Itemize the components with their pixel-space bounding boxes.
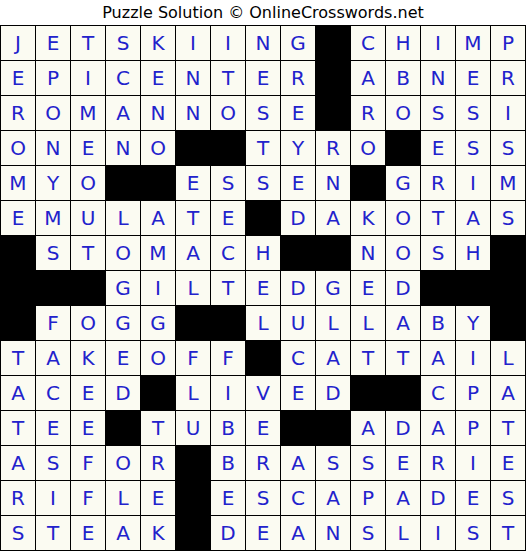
letter-cell: M: [71, 96, 105, 130]
letter-cell: P: [36, 61, 70, 95]
letter-cell: A: [281, 516, 315, 550]
letter-cell: I: [211, 26, 245, 60]
letter-cell: S: [351, 516, 385, 550]
black-cell: [491, 306, 525, 340]
letter-cell: C: [36, 376, 70, 410]
black-cell: [36, 271, 70, 305]
letter-cell: M: [141, 236, 175, 270]
page-title: Puzzle Solution © OnlineCrosswords.net: [0, 0, 526, 25]
letter-cell: E: [141, 481, 175, 515]
letter-cell: S: [456, 131, 490, 165]
letter-cell: I: [456, 166, 490, 200]
letter-cell: C: [281, 341, 315, 375]
letter-cell: D: [281, 271, 315, 305]
letter-cell: Y: [281, 131, 315, 165]
letter-cell: H: [246, 236, 280, 270]
letter-cell: T: [36, 516, 70, 550]
letter-cell: A: [141, 201, 175, 235]
letter-cell: K: [71, 341, 105, 375]
letter-cell: S: [211, 166, 245, 200]
letter-cell: D: [386, 271, 420, 305]
black-cell: [246, 341, 280, 375]
letter-cell: S: [421, 236, 455, 270]
letter-cell: N: [316, 166, 350, 200]
letter-cell: T: [211, 61, 245, 95]
black-cell: [386, 376, 420, 410]
black-cell: [491, 236, 525, 270]
letter-cell: A: [106, 96, 140, 130]
letter-cell: S: [316, 446, 350, 480]
letter-cell: T: [176, 201, 210, 235]
letter-cell: R: [316, 131, 350, 165]
letter-cell: T: [71, 26, 105, 60]
letter-cell: I: [421, 516, 455, 550]
black-cell: [316, 26, 350, 60]
letter-cell: O: [71, 166, 105, 200]
black-cell: [316, 236, 350, 270]
letter-cell: S: [106, 26, 140, 60]
letter-cell: E: [141, 61, 175, 95]
letter-cell: E: [281, 166, 315, 200]
letter-cell: D: [106, 376, 140, 410]
letter-cell: U: [176, 411, 210, 445]
letter-cell: A: [36, 341, 70, 375]
letter-cell: A: [316, 341, 350, 375]
black-cell: [141, 166, 175, 200]
letter-cell: E: [246, 61, 280, 95]
letter-cell: S: [421, 96, 455, 130]
black-cell: [316, 61, 350, 95]
letter-cell: G: [386, 166, 420, 200]
black-cell: [281, 411, 315, 445]
letter-cell: S: [491, 481, 525, 515]
letter-cell: G: [106, 306, 140, 340]
letter-cell: R: [491, 61, 525, 95]
letter-cell: I: [36, 481, 70, 515]
letter-cell: F: [71, 446, 105, 480]
letter-cell: E: [71, 131, 105, 165]
letter-cell: T: [491, 516, 525, 550]
letter-cell: R: [281, 61, 315, 95]
letter-cell: T: [1, 341, 35, 375]
letter-cell: S: [456, 516, 490, 550]
letter-cell: F: [71, 481, 105, 515]
letter-cell: E: [106, 341, 140, 375]
letter-cell: S: [456, 96, 490, 130]
letter-cell: T: [71, 236, 105, 270]
letter-cell: O: [386, 96, 420, 130]
letter-cell: G: [281, 26, 315, 60]
letter-cell: R: [421, 446, 455, 480]
letter-cell: Y: [456, 306, 490, 340]
letter-cell: A: [386, 481, 420, 515]
letter-cell: S: [36, 236, 70, 270]
letter-cell: O: [36, 96, 70, 130]
black-cell: [211, 306, 245, 340]
letter-cell: E: [456, 481, 490, 515]
letter-cell: E: [246, 411, 280, 445]
letter-cell: E: [71, 516, 105, 550]
letter-cell: N: [176, 61, 210, 95]
letter-cell: R: [1, 481, 35, 515]
letter-cell: A: [351, 411, 385, 445]
letter-cell: G: [106, 271, 140, 305]
letter-cell: K: [351, 201, 385, 235]
letter-cell: E: [246, 271, 280, 305]
letter-cell: L: [351, 306, 385, 340]
letter-cell: S: [491, 201, 525, 235]
black-cell: [106, 411, 140, 445]
letter-cell: O: [386, 201, 420, 235]
letter-cell: L: [176, 376, 210, 410]
letter-cell: O: [386, 236, 420, 270]
letter-cell: R: [421, 166, 455, 200]
letter-cell: E: [211, 481, 245, 515]
letter-cell: L: [246, 306, 280, 340]
letter-cell: A: [316, 201, 350, 235]
letter-cell: C: [281, 481, 315, 515]
letter-cell: B: [211, 411, 245, 445]
letter-cell: H: [456, 236, 490, 270]
letter-cell: S: [491, 131, 525, 165]
letter-cell: L: [386, 516, 420, 550]
black-cell: [386, 131, 420, 165]
letter-cell: N: [36, 131, 70, 165]
black-cell: [176, 446, 210, 480]
letter-cell: I: [71, 61, 105, 95]
letter-cell: E: [386, 446, 420, 480]
letter-cell: A: [281, 446, 315, 480]
letter-cell: I: [456, 341, 490, 375]
black-cell: [246, 201, 280, 235]
letter-cell: H: [386, 26, 420, 60]
letter-cell: E: [211, 201, 245, 235]
letter-cell: E: [1, 201, 35, 235]
black-cell: [176, 481, 210, 515]
black-cell: [71, 271, 105, 305]
black-cell: [316, 96, 350, 130]
black-cell: [176, 516, 210, 550]
letter-cell: K: [141, 26, 175, 60]
letter-cell: D: [386, 411, 420, 445]
letter-cell: A: [491, 376, 525, 410]
letter-cell: A: [316, 481, 350, 515]
letter-cell: L: [316, 306, 350, 340]
letter-cell: A: [1, 376, 35, 410]
letter-cell: T: [1, 411, 35, 445]
letter-cell: N: [176, 96, 210, 130]
letter-cell: M: [491, 166, 525, 200]
letter-cell: S: [351, 446, 385, 480]
letter-cell: E: [351, 271, 385, 305]
letter-cell: A: [421, 341, 455, 375]
letter-cell: I: [456, 446, 490, 480]
letter-cell: S: [246, 96, 280, 130]
letter-cell: B: [211, 446, 245, 480]
letter-cell: T: [211, 271, 245, 305]
letter-cell: O: [351, 131, 385, 165]
letter-cell: D: [211, 516, 245, 550]
letter-cell: E: [36, 26, 70, 60]
letter-cell: I: [176, 26, 210, 60]
crossword-grid: JETSKIINGCHIMPEPICENTERABNERROMANNOSEROS…: [0, 25, 526, 551]
letter-cell: L: [491, 341, 525, 375]
letter-cell: I: [141, 271, 175, 305]
letter-cell: G: [141, 306, 175, 340]
letter-cell: P: [491, 26, 525, 60]
black-cell: [1, 271, 35, 305]
black-cell: [106, 166, 140, 200]
letter-cell: T: [246, 131, 280, 165]
letter-cell: S: [1, 516, 35, 550]
black-cell: [1, 236, 35, 270]
letter-cell: A: [386, 306, 420, 340]
letter-cell: A: [456, 201, 490, 235]
black-cell: [491, 271, 525, 305]
black-cell: [351, 376, 385, 410]
letter-cell: P: [456, 376, 490, 410]
letter-cell: D: [421, 481, 455, 515]
letter-cell: E: [1, 61, 35, 95]
letter-cell: T: [421, 201, 455, 235]
letter-cell: L: [106, 481, 140, 515]
black-cell: [351, 166, 385, 200]
letter-cell: I: [421, 26, 455, 60]
letter-cell: C: [106, 61, 140, 95]
letter-cell: R: [246, 446, 280, 480]
letter-cell: I: [211, 376, 245, 410]
letter-cell: L: [106, 201, 140, 235]
black-cell: [176, 131, 210, 165]
letter-cell: E: [246, 516, 280, 550]
letter-cell: E: [176, 166, 210, 200]
black-cell: [456, 271, 490, 305]
letter-cell: T: [141, 411, 175, 445]
letter-cell: E: [36, 411, 70, 445]
black-cell: [1, 306, 35, 340]
letter-cell: R: [141, 446, 175, 480]
letter-cell: J: [1, 26, 35, 60]
letter-cell: N: [421, 61, 455, 95]
letter-cell: L: [176, 271, 210, 305]
letter-cell: T: [351, 341, 385, 375]
letter-cell: Y: [36, 166, 70, 200]
letter-cell: V: [246, 376, 280, 410]
letter-cell: M: [1, 166, 35, 200]
letter-cell: O: [211, 96, 245, 130]
black-cell: [211, 131, 245, 165]
letter-cell: D: [281, 201, 315, 235]
letter-cell: B: [421, 306, 455, 340]
black-cell: [421, 271, 455, 305]
letter-cell: M: [36, 201, 70, 235]
letter-cell: O: [71, 306, 105, 340]
letter-cell: E: [491, 446, 525, 480]
letter-cell: O: [141, 341, 175, 375]
letter-cell: N: [246, 26, 280, 60]
letter-cell: S: [246, 166, 280, 200]
letter-cell: G: [316, 271, 350, 305]
letter-cell: R: [1, 96, 35, 130]
letter-cell: C: [421, 376, 455, 410]
letter-cell: T: [386, 341, 420, 375]
letter-cell: O: [106, 236, 140, 270]
letter-cell: E: [71, 411, 105, 445]
black-cell: [141, 376, 175, 410]
letter-cell: T: [491, 411, 525, 445]
letter-cell: E: [71, 376, 105, 410]
letter-cell: D: [316, 376, 350, 410]
letter-cell: M: [456, 26, 490, 60]
letter-cell: I: [491, 96, 525, 130]
letter-cell: A: [421, 411, 455, 445]
letter-cell: C: [351, 26, 385, 60]
letter-cell: N: [106, 131, 140, 165]
letter-cell: E: [421, 131, 455, 165]
letter-cell: U: [281, 306, 315, 340]
letter-cell: B: [386, 61, 420, 95]
letter-cell: N: [316, 516, 350, 550]
letter-cell: F: [36, 306, 70, 340]
letter-cell: S: [246, 481, 280, 515]
letter-cell: A: [1, 446, 35, 480]
letter-cell: E: [456, 61, 490, 95]
letter-cell: A: [176, 236, 210, 270]
letter-cell: P: [456, 411, 490, 445]
letter-cell: E: [281, 96, 315, 130]
letter-cell: O: [1, 131, 35, 165]
letter-cell: N: [141, 96, 175, 130]
letter-cell: A: [106, 516, 140, 550]
letter-cell: F: [176, 341, 210, 375]
letter-cell: K: [141, 516, 175, 550]
letter-cell: P: [351, 481, 385, 515]
black-cell: [176, 306, 210, 340]
letter-cell: A: [351, 61, 385, 95]
black-cell: [316, 411, 350, 445]
letter-cell: F: [211, 341, 245, 375]
letter-cell: S: [36, 446, 70, 480]
letter-cell: R: [351, 96, 385, 130]
black-cell: [281, 236, 315, 270]
letter-cell: O: [106, 446, 140, 480]
letter-cell: U: [71, 201, 105, 235]
letter-cell: C: [211, 236, 245, 270]
letter-cell: N: [351, 236, 385, 270]
letter-cell: O: [141, 131, 175, 165]
letter-cell: E: [281, 376, 315, 410]
